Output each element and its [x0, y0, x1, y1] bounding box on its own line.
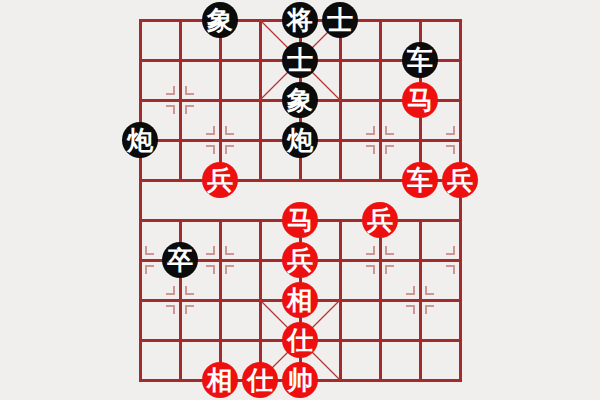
board-grid-line: [419, 219, 422, 382]
board-grid-line: [339, 19, 342, 182]
piece-black-general[interactable]: 将: [282, 2, 318, 38]
point-marker-bracket: [406, 286, 415, 295]
piece-red-elephant[interactable]: 相: [202, 362, 238, 398]
board-grid-line: [259, 19, 262, 182]
point-marker-bracket: [425, 305, 434, 314]
piece-red-soldier[interactable]: 兵: [362, 202, 398, 238]
point-marker-bracket: [166, 105, 175, 114]
point-marker-bracket: [366, 126, 375, 135]
point-marker-bracket: [385, 246, 394, 255]
piece-red-general[interactable]: 帅: [282, 362, 318, 398]
point-marker-bracket: [206, 126, 215, 135]
point-marker-bracket: [446, 265, 455, 274]
point-marker-bracket: [185, 286, 194, 295]
point-marker-bracket: [225, 265, 234, 274]
point-marker-bracket: [185, 105, 194, 114]
point-marker-bracket: [206, 145, 215, 154]
point-marker-bracket: [206, 246, 215, 255]
board-grid-line: [379, 219, 382, 382]
point-marker-bracket: [206, 265, 215, 274]
board-grid-line: [139, 19, 142, 382]
point-marker-bracket: [406, 305, 415, 314]
xiangqi-board[interactable]: 象将士士车象马炮炮兵车兵马兵卒兵相仕相仕帅: [0, 0, 600, 400]
piece-red-advisor[interactable]: 仕: [282, 322, 318, 358]
board-grid-line: [459, 19, 462, 382]
piece-red-soldier[interactable]: 兵: [442, 162, 478, 198]
point-marker-bracket: [225, 126, 234, 135]
piece-black-elephant[interactable]: 象: [202, 2, 238, 38]
piece-red-soldier[interactable]: 兵: [282, 242, 318, 278]
point-marker-bracket: [425, 286, 434, 295]
point-marker-bracket: [145, 265, 154, 274]
point-marker-bracket: [366, 246, 375, 255]
point-marker-bracket: [385, 126, 394, 135]
point-marker-bracket: [185, 305, 194, 314]
point-marker-bracket: [446, 145, 455, 154]
point-marker-bracket: [446, 246, 455, 255]
point-marker-bracket: [225, 246, 234, 255]
piece-red-soldier[interactable]: 兵: [202, 162, 238, 198]
piece-black-advisor[interactable]: 士: [282, 42, 318, 78]
board-grid-line: [259, 219, 262, 382]
piece-red-chariot[interactable]: 车: [402, 162, 438, 198]
point-marker-bracket: [366, 145, 375, 154]
piece-red-advisor[interactable]: 仕: [242, 362, 278, 398]
point-marker-bracket: [366, 265, 375, 274]
board-grid-line: [379, 19, 382, 182]
piece-black-cannon[interactable]: 炮: [122, 122, 158, 158]
piece-red-elephant[interactable]: 相: [282, 282, 318, 318]
point-marker-bracket: [166, 286, 175, 295]
board-grid-line: [219, 219, 222, 382]
piece-black-cannon[interactable]: 炮: [282, 122, 318, 158]
piece-black-chariot[interactable]: 车: [402, 42, 438, 78]
point-marker-bracket: [385, 265, 394, 274]
board-grid-line: [179, 19, 182, 182]
piece-red-horse[interactable]: 马: [402, 82, 438, 118]
board-grid-line: [339, 219, 342, 382]
point-marker-bracket: [185, 86, 194, 95]
piece-black-soldier[interactable]: 卒: [162, 242, 198, 278]
point-marker-bracket: [166, 86, 175, 95]
piece-red-horse[interactable]: 马: [282, 202, 318, 238]
point-marker-bracket: [446, 126, 455, 135]
board-grid-line: [219, 19, 222, 182]
piece-black-advisor[interactable]: 士: [322, 2, 358, 38]
point-marker-bracket: [225, 145, 234, 154]
point-marker-bracket: [145, 246, 154, 255]
point-marker-bracket: [385, 145, 394, 154]
piece-black-elephant[interactable]: 象: [282, 82, 318, 118]
point-marker-bracket: [166, 305, 175, 314]
